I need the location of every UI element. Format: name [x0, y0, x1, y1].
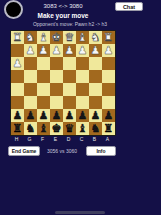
square-b1[interactable]: ♞ — [89, 31, 102, 44]
chess-board: ♜♞♝♚♛♝♞♜♟♟♟♟♟♟♟♟♟♟♟♟♟♟♟♟♜♞♝♚♛♝♞♜ — [10, 30, 116, 136]
square-c3[interactable] — [76, 57, 89, 70]
square-h3[interactable]: ♟ — [11, 57, 24, 70]
square-c2[interactable]: ♟ — [76, 44, 89, 57]
file-label-b: B — [88, 136, 101, 142]
square-d5[interactable] — [63, 83, 76, 96]
white-p-piece: ♟ — [52, 44, 62, 57]
square-f2[interactable]: ♟ — [37, 44, 50, 57]
square-c5[interactable] — [76, 83, 89, 96]
square-h8[interactable]: ♜ — [11, 122, 24, 135]
ratings-text: 3083 <-> 3080 — [0, 3, 126, 9]
black-p-piece: ♟ — [65, 109, 75, 122]
file-labels: HGFEDCBA — [10, 136, 114, 142]
opponent-move-text: Opponent's move: Pawn h2 -> h3 — [0, 21, 140, 27]
file-label-c: C — [75, 136, 88, 142]
square-e8[interactable]: ♚ — [50, 122, 63, 135]
end-game-button-label: End Game — [12, 148, 37, 154]
square-a7[interactable]: ♟ — [102, 109, 115, 122]
square-a5[interactable] — [102, 83, 115, 96]
square-a2[interactable]: ♟ — [102, 44, 115, 57]
black-p-piece: ♟ — [52, 109, 62, 122]
square-h6[interactable] — [11, 96, 24, 109]
black-p-piece: ♟ — [39, 109, 49, 122]
square-a3[interactable] — [102, 57, 115, 70]
square-b4[interactable] — [89, 70, 102, 83]
black-p-piece: ♟ — [91, 109, 101, 122]
square-g4[interactable] — [24, 70, 37, 83]
black-p-piece: ♟ — [13, 109, 23, 122]
white-r-piece: ♜ — [13, 31, 23, 44]
chat-button[interactable]: Chat — [115, 2, 143, 11]
info-button[interactable]: Info — [86, 146, 116, 156]
square-h2[interactable] — [11, 44, 24, 57]
file-label-f: F — [36, 136, 49, 142]
square-b6[interactable] — [89, 96, 102, 109]
black-k-piece: ♚ — [52, 122, 62, 135]
square-e2[interactable]: ♟ — [50, 44, 63, 57]
white-r-piece: ♜ — [104, 31, 114, 44]
square-f3[interactable] — [37, 57, 50, 70]
square-f6[interactable] — [37, 96, 50, 109]
file-label-a: A — [101, 136, 114, 142]
square-g7[interactable]: ♟ — [24, 109, 37, 122]
square-g2[interactable]: ♟ — [24, 44, 37, 57]
black-p-piece: ♟ — [78, 109, 88, 122]
square-d7[interactable]: ♟ — [63, 109, 76, 122]
square-d4[interactable] — [63, 70, 76, 83]
file-label-d: D — [62, 136, 75, 142]
square-b3[interactable] — [89, 57, 102, 70]
square-b8[interactable]: ♞ — [89, 122, 102, 135]
square-a6[interactable] — [102, 96, 115, 109]
square-c6[interactable] — [76, 96, 89, 109]
chat-button-label: Chat — [123, 4, 135, 10]
square-a1[interactable]: ♜ — [102, 31, 115, 44]
square-e7[interactable]: ♟ — [50, 109, 63, 122]
black-r-piece: ♜ — [13, 122, 23, 135]
black-b-piece: ♝ — [78, 122, 88, 135]
square-a4[interactable] — [102, 70, 115, 83]
square-d3[interactable] — [63, 57, 76, 70]
square-e4[interactable] — [50, 70, 63, 83]
square-g1[interactable]: ♞ — [24, 31, 37, 44]
square-d2[interactable]: ♟ — [63, 44, 76, 57]
score-text: 3056 vs 3060 — [40, 148, 84, 154]
white-b-piece: ♝ — [39, 31, 49, 44]
info-button-label: Info — [96, 148, 105, 154]
white-q-piece: ♛ — [65, 31, 75, 44]
square-g5[interactable] — [24, 83, 37, 96]
end-game-button[interactable]: End Game — [8, 146, 40, 156]
square-g6[interactable] — [24, 96, 37, 109]
home-indicator[interactable] — [55, 211, 105, 214]
white-p-piece: ♟ — [39, 44, 49, 57]
black-q-piece: ♛ — [65, 122, 75, 135]
white-p-piece: ♟ — [78, 44, 88, 57]
square-h5[interactable] — [11, 83, 24, 96]
square-c7[interactable]: ♟ — [76, 109, 89, 122]
white-k-piece: ♚ — [52, 31, 62, 44]
square-b2[interactable]: ♟ — [89, 44, 102, 57]
square-f4[interactable] — [37, 70, 50, 83]
file-label-h: H — [10, 136, 23, 142]
square-e1[interactable]: ♚ — [50, 31, 63, 44]
square-h7[interactable]: ♟ — [11, 109, 24, 122]
square-g8[interactable]: ♞ — [24, 122, 37, 135]
black-p-piece: ♟ — [26, 109, 36, 122]
square-g3[interactable] — [24, 57, 37, 70]
white-p-piece: ♟ — [91, 44, 101, 57]
square-a8[interactable]: ♜ — [102, 122, 115, 135]
square-e5[interactable] — [50, 83, 63, 96]
white-b-piece: ♝ — [78, 31, 88, 44]
white-p-piece: ♟ — [65, 44, 75, 57]
file-label-e: E — [49, 136, 62, 142]
white-p-piece: ♟ — [104, 44, 114, 57]
square-d8[interactable]: ♛ — [63, 122, 76, 135]
square-c8[interactable]: ♝ — [76, 122, 89, 135]
square-f8[interactable]: ♝ — [37, 122, 50, 135]
black-n-piece: ♞ — [91, 122, 101, 135]
white-p-piece: ♟ — [13, 57, 23, 70]
square-c4[interactable] — [76, 70, 89, 83]
square-h1[interactable]: ♜ — [11, 31, 24, 44]
file-label-g: G — [23, 136, 36, 142]
black-r-piece: ♜ — [104, 122, 114, 135]
black-b-piece: ♝ — [39, 122, 49, 135]
turn-status: Make your move — [0, 12, 126, 19]
square-b5[interactable] — [89, 83, 102, 96]
app-screen: 3083 <-> 3080 Chat Make your move Oppone… — [0, 0, 161, 215]
square-f1[interactable]: ♝ — [37, 31, 50, 44]
black-n-piece: ♞ — [26, 122, 36, 135]
square-d1[interactable]: ♛ — [63, 31, 76, 44]
square-h4[interactable] — [11, 70, 24, 83]
white-n-piece: ♞ — [91, 31, 101, 44]
square-f5[interactable] — [37, 83, 50, 96]
square-b7[interactable]: ♟ — [89, 109, 102, 122]
white-n-piece: ♞ — [26, 31, 36, 44]
square-e3[interactable] — [50, 57, 63, 70]
square-c1[interactable]: ♝ — [76, 31, 89, 44]
square-d6[interactable] — [63, 96, 76, 109]
white-p-piece: ♟ — [26, 44, 36, 57]
black-p-piece: ♟ — [104, 109, 114, 122]
square-e6[interactable] — [50, 96, 63, 109]
square-f7[interactable]: ♟ — [37, 109, 50, 122]
